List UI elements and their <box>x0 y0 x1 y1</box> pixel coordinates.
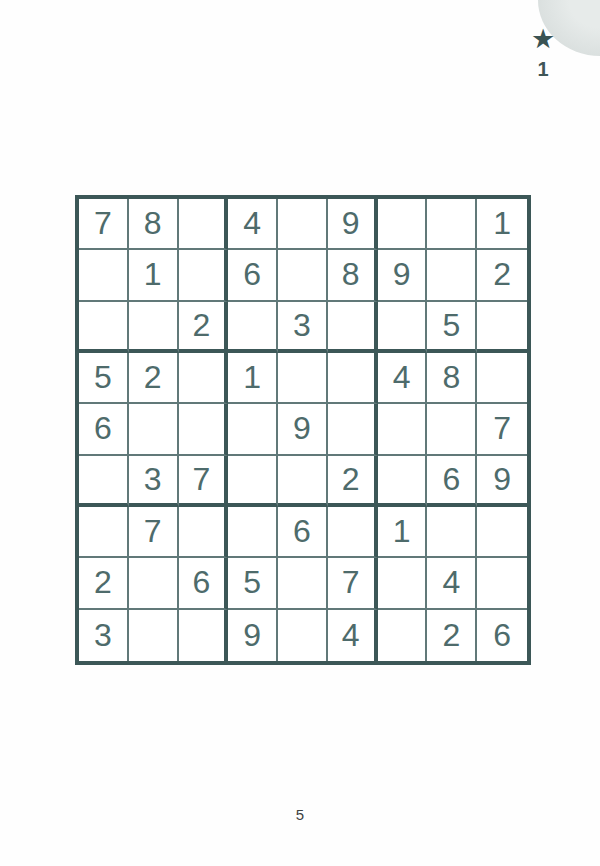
sudoku-cell-r5c4 <box>228 404 278 455</box>
sudoku-cell-r2c9: 2 <box>477 250 527 301</box>
star-icon: ★ <box>522 26 564 53</box>
sudoku-cell-r6c4 <box>228 456 278 507</box>
sudoku-cell-r3c7 <box>378 302 428 353</box>
sudoku-cell-r4c9 <box>477 353 527 404</box>
sudoku-cell-r4c7: 4 <box>378 353 428 404</box>
sudoku-cell-r4c8: 8 <box>427 353 477 404</box>
sudoku-cell-r9c8: 2 <box>427 610 477 661</box>
sudoku-cell-r5c5: 9 <box>278 404 328 455</box>
sudoku-cell-r3c2 <box>129 302 179 353</box>
sudoku-cell-r6c9: 9 <box>477 456 527 507</box>
sudoku-cell-r9c4: 9 <box>228 610 278 661</box>
sudoku-cell-r3c3: 2 <box>179 302 229 353</box>
sudoku-cell-r7c8 <box>427 507 477 558</box>
sudoku-cell-r5c9: 7 <box>477 404 527 455</box>
sudoku-cell-r3c4 <box>228 302 278 353</box>
sudoku-cell-r4c1: 5 <box>79 353 129 404</box>
sudoku-cell-r2c7: 9 <box>378 250 428 301</box>
sudoku-cell-r6c1 <box>79 456 129 507</box>
sudoku-cell-r1c2: 8 <box>129 199 179 250</box>
sudoku-cell-r4c5 <box>278 353 328 404</box>
sudoku-cell-r8c3: 6 <box>179 558 229 609</box>
sudoku-cell-r5c3 <box>179 404 229 455</box>
puzzle-number: 1 <box>522 59 564 79</box>
sudoku-cell-r7c1 <box>79 507 129 558</box>
sudoku-cell-r9c6: 4 <box>328 610 378 661</box>
sudoku-cell-r7c4 <box>228 507 278 558</box>
sudoku-cell-r8c9 <box>477 558 527 609</box>
sudoku-cell-r6c5 <box>278 456 328 507</box>
sudoku-cell-r7c3 <box>179 507 229 558</box>
page-number: 5 <box>0 806 600 823</box>
sudoku-cell-r6c2: 3 <box>129 456 179 507</box>
sudoku-cell-r3c5: 3 <box>278 302 328 353</box>
sudoku-cell-r2c2: 1 <box>129 250 179 301</box>
sudoku-cell-r2c5 <box>278 250 328 301</box>
sudoku-cell-r8c2 <box>129 558 179 609</box>
sudoku-cell-r5c1: 6 <box>79 404 129 455</box>
sudoku-cell-r9c3 <box>179 610 229 661</box>
sudoku-cell-r7c5: 6 <box>278 507 328 558</box>
sudoku-cell-r1c4: 4 <box>228 199 278 250</box>
sudoku-cell-r7c9 <box>477 507 527 558</box>
sudoku-cell-r1c6: 9 <box>328 199 378 250</box>
sudoku-cell-r6c6: 2 <box>328 456 378 507</box>
sudoku-cell-r8c8: 4 <box>427 558 477 609</box>
sudoku-cell-r5c7 <box>378 404 428 455</box>
sudoku-cell-r6c8: 6 <box>427 456 477 507</box>
sudoku-cell-r7c7: 1 <box>378 507 428 558</box>
sudoku-cell-r1c5 <box>278 199 328 250</box>
sudoku-cell-r9c9: 6 <box>477 610 527 661</box>
sudoku-cell-r8c4: 5 <box>228 558 278 609</box>
difficulty-rating: ★ 1 <box>522 26 564 79</box>
sudoku-cell-r7c6 <box>328 507 378 558</box>
sudoku-cell-r6c3: 7 <box>179 456 229 507</box>
sudoku-cell-r8c7 <box>378 558 428 609</box>
sudoku-cell-r2c4: 6 <box>228 250 278 301</box>
sudoku-cell-r5c8 <box>427 404 477 455</box>
sudoku-cell-r3c9 <box>477 302 527 353</box>
sudoku-cell-r1c3 <box>179 199 229 250</box>
sudoku-cell-r9c5 <box>278 610 328 661</box>
sudoku-cell-r1c7 <box>378 199 428 250</box>
sudoku-grid: 784911689223552148697372697612657439426 <box>75 195 531 665</box>
sudoku-cell-r8c1: 2 <box>79 558 129 609</box>
sudoku-cell-r8c6: 7 <box>328 558 378 609</box>
sudoku-cell-r4c2: 2 <box>129 353 179 404</box>
sudoku-cell-r7c2: 7 <box>129 507 179 558</box>
sudoku-cell-r2c8 <box>427 250 477 301</box>
book-page: ★ 1 784911689223552148697372697612657439… <box>0 0 600 866</box>
sudoku-cell-r3c6 <box>328 302 378 353</box>
sudoku-cell-r3c8: 5 <box>427 302 477 353</box>
sudoku-cell-r1c1: 7 <box>79 199 129 250</box>
sudoku-cell-r5c2 <box>129 404 179 455</box>
sudoku-cell-r9c7 <box>378 610 428 661</box>
sudoku-cell-r4c4: 1 <box>228 353 278 404</box>
sudoku-cell-r2c6: 8 <box>328 250 378 301</box>
sudoku-cell-r3c1 <box>79 302 129 353</box>
sudoku-cell-r9c1: 3 <box>79 610 129 661</box>
sudoku-cell-r4c6 <box>328 353 378 404</box>
sudoku-cell-r1c9: 1 <box>477 199 527 250</box>
sudoku-cell-r9c2 <box>129 610 179 661</box>
sudoku-cell-r6c7 <box>378 456 428 507</box>
sudoku-cell-r2c1 <box>79 250 129 301</box>
sudoku-cell-r4c3 <box>179 353 229 404</box>
sudoku-cell-r1c8 <box>427 199 477 250</box>
sudoku-cell-r2c3 <box>179 250 229 301</box>
sudoku-cell-r5c6 <box>328 404 378 455</box>
sudoku-cell-r8c5 <box>278 558 328 609</box>
